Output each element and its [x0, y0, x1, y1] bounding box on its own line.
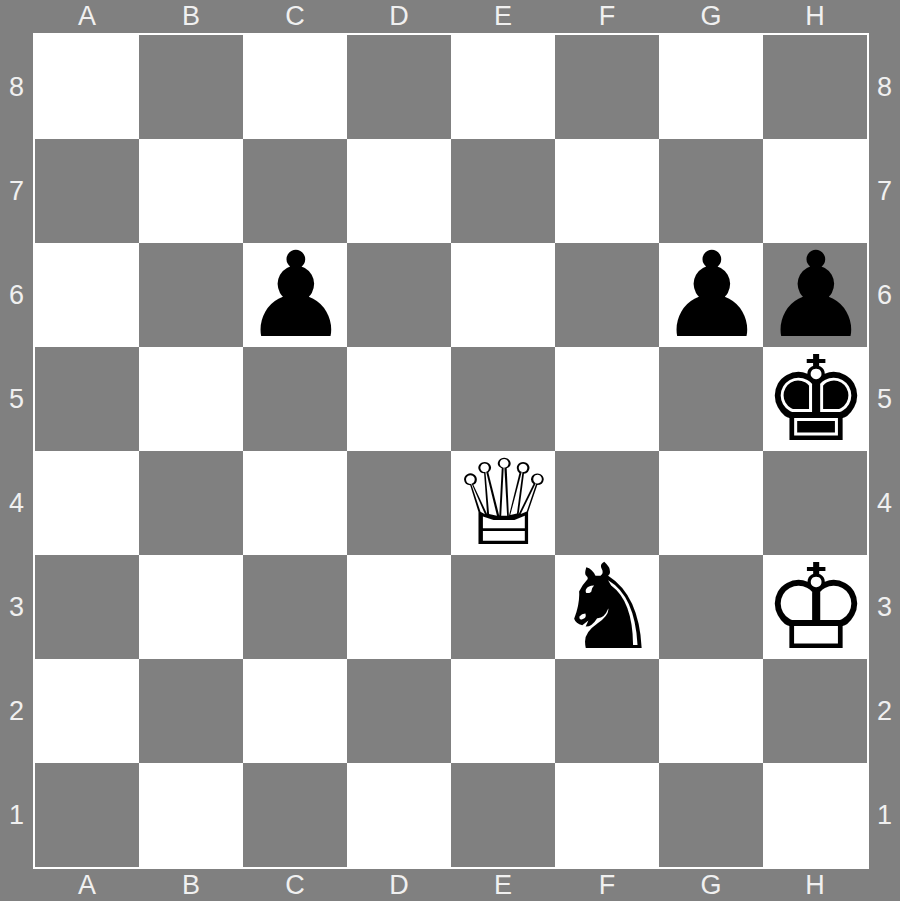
square-b7[interactable] [139, 139, 243, 243]
rank-label-right-4: 4 [869, 451, 900, 555]
rank-label-left-5: 5 [0, 347, 33, 451]
square-h5[interactable]: ♚ [763, 347, 867, 451]
square-b1[interactable] [139, 763, 243, 867]
square-e7[interactable] [451, 139, 555, 243]
square-g5[interactable] [659, 347, 763, 451]
square-f2[interactable] [555, 659, 659, 763]
square-c4[interactable] [243, 451, 347, 555]
square-b5[interactable] [139, 347, 243, 451]
rank-label-right-2: 2 [869, 659, 900, 763]
square-f8[interactable] [555, 35, 659, 139]
rank-label-right-6: 6 [869, 243, 900, 347]
square-c6[interactable]: ♟ [243, 243, 347, 347]
square-a3[interactable] [35, 555, 139, 659]
file-labels-top: ABCDEFGH [35, 0, 867, 33]
file-label-top-e: E [451, 0, 555, 33]
square-b4[interactable] [139, 451, 243, 555]
rank-label-right-5: 5 [869, 347, 900, 451]
square-g6[interactable]: ♟ [659, 243, 763, 347]
file-label-top-g: G [659, 0, 763, 33]
square-c2[interactable] [243, 659, 347, 763]
file-label-bottom-b: B [139, 869, 243, 901]
square-d3[interactable] [347, 555, 451, 659]
square-f5[interactable] [555, 347, 659, 451]
square-d4[interactable] [347, 451, 451, 555]
square-g1[interactable] [659, 763, 763, 867]
square-d6[interactable] [347, 243, 451, 347]
file-label-bottom-g: G [659, 869, 763, 901]
chess-board-frame: ABCDEFGH ABCDEFGH 87654321 87654321 ♟♟♟♚… [0, 0, 900, 901]
rank-label-right-7: 7 [869, 139, 900, 243]
file-label-top-c: C [243, 0, 347, 33]
square-e3[interactable] [451, 555, 555, 659]
file-label-bottom-d: D [347, 869, 451, 901]
square-b3[interactable] [139, 555, 243, 659]
square-f1[interactable] [555, 763, 659, 867]
square-e6[interactable] [451, 243, 555, 347]
square-h8[interactable] [763, 35, 867, 139]
file-label-top-b: B [139, 0, 243, 33]
square-b2[interactable] [139, 659, 243, 763]
square-a1[interactable] [35, 763, 139, 867]
rank-label-left-1: 1 [0, 763, 33, 867]
square-d8[interactable] [347, 35, 451, 139]
square-e1[interactable] [451, 763, 555, 867]
black-pawn[interactable]: ♟ [243, 243, 349, 347]
file-label-bottom-e: E [451, 869, 555, 901]
square-g3[interactable] [659, 555, 763, 659]
square-c8[interactable] [243, 35, 347, 139]
square-c3[interactable] [243, 555, 347, 659]
square-g4[interactable] [659, 451, 763, 555]
square-b6[interactable] [139, 243, 243, 347]
white-king[interactable]: ♔ [763, 555, 869, 659]
rank-labels-right: 87654321 [869, 35, 900, 867]
square-a7[interactable] [35, 139, 139, 243]
file-label-top-f: F [555, 0, 659, 33]
file-label-bottom-a: A [35, 869, 139, 901]
square-f7[interactable] [555, 139, 659, 243]
square-a2[interactable] [35, 659, 139, 763]
black-knight[interactable]: ♞ [555, 555, 661, 659]
rank-label-left-3: 3 [0, 555, 33, 659]
black-king[interactable]: ♚ [763, 347, 869, 451]
square-g8[interactable] [659, 35, 763, 139]
file-label-top-h: H [763, 0, 867, 33]
square-c5[interactable] [243, 347, 347, 451]
square-a5[interactable] [35, 347, 139, 451]
square-g2[interactable] [659, 659, 763, 763]
file-label-top-d: D [347, 0, 451, 33]
square-e2[interactable] [451, 659, 555, 763]
file-label-bottom-c: C [243, 869, 347, 901]
square-a4[interactable] [35, 451, 139, 555]
rank-label-right-8: 8 [869, 35, 900, 139]
rank-label-right-1: 1 [869, 763, 900, 867]
square-d7[interactable] [347, 139, 451, 243]
square-h1[interactable] [763, 763, 867, 867]
square-f6[interactable] [555, 243, 659, 347]
square-b8[interactable] [139, 35, 243, 139]
square-c1[interactable] [243, 763, 347, 867]
rank-label-left-2: 2 [0, 659, 33, 763]
file-label-bottom-f: F [555, 869, 659, 901]
square-d1[interactable] [347, 763, 451, 867]
rank-label-left-4: 4 [0, 451, 33, 555]
rank-label-left-6: 6 [0, 243, 33, 347]
square-d2[interactable] [347, 659, 451, 763]
square-a6[interactable] [35, 243, 139, 347]
white-queen[interactable]: ♕ [451, 451, 557, 555]
square-e8[interactable] [451, 35, 555, 139]
square-e4[interactable]: ♕ [451, 451, 555, 555]
square-a8[interactable] [35, 35, 139, 139]
rank-label-left-7: 7 [0, 139, 33, 243]
rank-labels-left: 87654321 [0, 35, 33, 867]
square-f3[interactable]: ♞ [555, 555, 659, 659]
chess-board: ♟♟♟♚♕♞♔ [33, 33, 869, 869]
file-labels-bottom: ABCDEFGH [35, 869, 867, 901]
square-h3[interactable]: ♔ [763, 555, 867, 659]
rank-label-right-3: 3 [869, 555, 900, 659]
rank-label-left-8: 8 [0, 35, 33, 139]
file-label-bottom-h: H [763, 869, 867, 901]
square-d5[interactable] [347, 347, 451, 451]
black-pawn[interactable]: ♟ [659, 243, 765, 347]
square-h2[interactable] [763, 659, 867, 763]
file-label-top-a: A [35, 0, 139, 33]
